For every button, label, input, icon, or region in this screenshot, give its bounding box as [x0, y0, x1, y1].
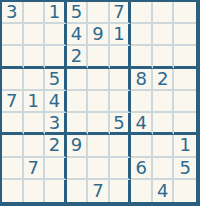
cell-r4c2[interactable] — [24, 69, 46, 91]
cell-r2c3[interactable] — [45, 24, 67, 46]
cell-r5c6[interactable] — [110, 91, 132, 113]
cell-r5c2[interactable]: 1 — [24, 91, 46, 113]
cell-r1c1[interactable]: 3 — [2, 2, 24, 24]
cell-r1c9[interactable] — [174, 2, 196, 24]
cell-r8c2[interactable]: 7 — [24, 158, 46, 180]
cell-r4c8[interactable]: 2 — [153, 69, 175, 91]
sudoku-board: 3157491258271435429176574 — [0, 0, 200, 206]
cell-r7c2[interactable] — [24, 135, 46, 157]
cell-r4c3[interactable]: 5 — [45, 69, 67, 91]
cell-r9c8[interactable]: 4 — [153, 180, 175, 202]
cell-r5c3[interactable]: 4 — [45, 91, 67, 113]
cell-r4c1[interactable] — [2, 69, 24, 91]
cell-r1c4[interactable]: 5 — [67, 2, 89, 24]
cell-r7c5[interactable] — [88, 135, 110, 157]
cell-r3c7[interactable] — [131, 46, 153, 68]
cell-r2c8[interactable] — [153, 24, 175, 46]
cell-r9c7[interactable] — [131, 180, 153, 202]
cell-r2c9[interactable] — [174, 24, 196, 46]
cell-r4c7[interactable]: 8 — [131, 69, 153, 91]
cell-r3c9[interactable] — [174, 46, 196, 68]
cell-r5c1[interactable]: 7 — [2, 91, 24, 113]
cell-r6c2[interactable] — [24, 113, 46, 135]
cell-r9c4[interactable] — [67, 180, 89, 202]
cell-r2c4[interactable]: 4 — [67, 24, 89, 46]
cell-r2c7[interactable] — [131, 24, 153, 46]
cell-r7c9[interactable]: 1 — [174, 135, 196, 157]
cell-r9c9[interactable] — [174, 180, 196, 202]
cell-r4c5[interactable] — [88, 69, 110, 91]
cell-r8c1[interactable] — [2, 158, 24, 180]
cell-r6c6[interactable]: 5 — [110, 113, 132, 135]
cell-r6c1[interactable] — [2, 113, 24, 135]
cell-r7c3[interactable]: 2 — [45, 135, 67, 157]
cell-r6c4[interactable] — [67, 113, 89, 135]
cell-r8c7[interactable]: 6 — [131, 158, 153, 180]
cell-r9c6[interactable] — [110, 180, 132, 202]
cell-r3c2[interactable] — [24, 46, 46, 68]
cell-r3c5[interactable] — [88, 46, 110, 68]
cell-r6c3[interactable]: 3 — [45, 113, 67, 135]
cell-r5c8[interactable] — [153, 91, 175, 113]
cell-r2c5[interactable]: 9 — [88, 24, 110, 46]
cell-r3c4[interactable]: 2 — [67, 46, 89, 68]
cell-r9c5[interactable]: 7 — [88, 180, 110, 202]
cell-r1c5[interactable] — [88, 2, 110, 24]
cell-r9c2[interactable] — [24, 180, 46, 202]
cell-r9c1[interactable] — [2, 180, 24, 202]
cell-r2c1[interactable] — [2, 24, 24, 46]
cell-r6c8[interactable] — [153, 113, 175, 135]
cell-r8c4[interactable] — [67, 158, 89, 180]
cell-r6c5[interactable] — [88, 113, 110, 135]
cell-r3c8[interactable] — [153, 46, 175, 68]
cell-r2c6[interactable]: 1 — [110, 24, 132, 46]
cell-r5c5[interactable] — [88, 91, 110, 113]
cell-r3c1[interactable] — [2, 46, 24, 68]
cell-r8c3[interactable] — [45, 158, 67, 180]
cell-r1c2[interactable] — [24, 2, 46, 24]
cell-r2c2[interactable] — [24, 24, 46, 46]
cell-r5c7[interactable] — [131, 91, 153, 113]
cell-r4c9[interactable] — [174, 69, 196, 91]
cell-r7c1[interactable] — [2, 135, 24, 157]
cell-r8c8[interactable] — [153, 158, 175, 180]
cell-r5c9[interactable] — [174, 91, 196, 113]
cell-r7c8[interactable] — [153, 135, 175, 157]
cell-r8c5[interactable] — [88, 158, 110, 180]
cell-r1c7[interactable] — [131, 2, 153, 24]
cell-r5c4[interactable] — [67, 91, 89, 113]
cell-r7c4[interactable]: 9 — [67, 135, 89, 157]
cell-r6c7[interactable]: 4 — [131, 113, 153, 135]
cell-r4c6[interactable] — [110, 69, 132, 91]
cell-r6c9[interactable] — [174, 113, 196, 135]
cell-r8c9[interactable]: 5 — [174, 158, 196, 180]
cell-r8c6[interactable] — [110, 158, 132, 180]
cell-r3c6[interactable] — [110, 46, 132, 68]
cell-r1c8[interactable] — [153, 2, 175, 24]
cell-r1c6[interactable]: 7 — [110, 2, 132, 24]
cell-r7c7[interactable] — [131, 135, 153, 157]
cell-r1c3[interactable]: 1 — [45, 2, 67, 24]
cell-r3c3[interactable] — [45, 46, 67, 68]
cell-r9c3[interactable] — [45, 180, 67, 202]
cell-r7c6[interactable] — [110, 135, 132, 157]
cell-r4c4[interactable] — [67, 69, 89, 91]
